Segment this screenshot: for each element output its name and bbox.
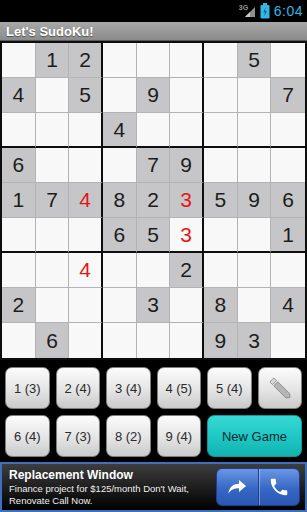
cell-r6c8[interactable] (238, 218, 272, 253)
cell-r4c3[interactable] (69, 148, 103, 183)
cell-r4c9[interactable] (271, 148, 305, 183)
cell-r5c6[interactable]: 3 (170, 183, 204, 218)
cell-r7c8[interactable] (238, 253, 272, 288)
cell-r6c2[interactable] (36, 218, 70, 253)
cell-r1c9[interactable] (271, 43, 305, 78)
cell-r3c2[interactable] (36, 113, 70, 148)
cell-r5c7[interactable]: 5 (204, 183, 238, 218)
cell-r2c9[interactable]: 7 (271, 78, 305, 113)
ad-share-button[interactable] (217, 469, 258, 505)
num-button-1[interactable]: 1 (3) (5, 367, 50, 409)
num-button-8[interactable]: 8 (2) (106, 415, 151, 457)
cell-r7c1[interactable] (2, 253, 36, 288)
cell-r7c6[interactable]: 2 (170, 253, 204, 288)
cell-r1c2[interactable]: 1 (36, 43, 70, 78)
cell-r6c5[interactable]: 5 (137, 218, 171, 253)
cell-r1c3[interactable]: 2 (69, 43, 103, 78)
cell-r8c2[interactable] (36, 288, 70, 323)
cell-r3c5[interactable] (137, 113, 171, 148)
cell-r4c4[interactable] (103, 148, 137, 183)
app-title: Let's SudoKu! (6, 24, 94, 39)
ad-text-block: Replacement Window Finance project for $… (2, 466, 213, 509)
num-button-4[interactable]: 4 (5) (157, 367, 202, 409)
pencil-button[interactable] (258, 367, 303, 409)
cell-r2c1[interactable]: 4 (2, 78, 36, 113)
num-button-5[interactable]: 5 (4) (207, 367, 252, 409)
ad-action-buttons (216, 468, 300, 506)
num-button-3[interactable]: 3 (4) (106, 367, 151, 409)
cell-r6c7[interactable] (204, 218, 238, 253)
cell-r1c4[interactable] (103, 43, 137, 78)
ad-call-button[interactable] (258, 469, 299, 505)
cell-r2c8[interactable] (238, 78, 272, 113)
cell-r2c3[interactable]: 5 (69, 78, 103, 113)
cell-r1c6[interactable] (170, 43, 204, 78)
share-arrow-icon (225, 475, 249, 499)
cell-r5c2[interactable]: 7 (36, 183, 70, 218)
cell-r8c3[interactable] (69, 288, 103, 323)
cell-r9c2[interactable]: 6 (36, 323, 70, 358)
cell-r8c8[interactable] (238, 288, 272, 323)
cell-r5c5[interactable]: 2 (137, 183, 171, 218)
cell-r8c6[interactable] (170, 288, 204, 323)
cell-r9c9[interactable] (271, 323, 305, 358)
num-button-6[interactable]: 6 (4) (5, 415, 50, 457)
cell-r6c9[interactable]: 1 (271, 218, 305, 253)
network-indicator: 3G (239, 3, 256, 19)
cell-r3c9[interactable] (271, 113, 305, 148)
keypad-row-1: 1 (3) 2 (4) 3 (4) 4 (5) 5 (4) (5, 367, 302, 409)
cell-r9c3[interactable] (69, 323, 103, 358)
cell-r3c1[interactable] (2, 113, 36, 148)
battery-charging-icon (260, 3, 270, 19)
cell-r8c7[interactable]: 8 (204, 288, 238, 323)
pencil-icon (267, 375, 293, 401)
cell-r3c7[interactable] (204, 113, 238, 148)
cell-r4c5[interactable]: 7 (137, 148, 171, 183)
cell-r8c1[interactable]: 2 (2, 288, 36, 323)
cell-r2c2[interactable] (36, 78, 70, 113)
cell-r6c6[interactable]: 3 (170, 218, 204, 253)
cell-r7c7[interactable] (204, 253, 238, 288)
keypad: 1 (3) 2 (4) 3 (4) 4 (5) 5 (4) 6 (4) 7 (3… (0, 360, 307, 462)
cell-r7c3[interactable]: 4 (69, 253, 103, 288)
cell-r2c6[interactable] (170, 78, 204, 113)
cell-r6c1[interactable] (2, 218, 36, 253)
cell-r7c5[interactable] (137, 253, 171, 288)
phone-icon (268, 476, 290, 498)
cell-r7c9[interactable] (271, 253, 305, 288)
cell-r4c6[interactable]: 9 (170, 148, 204, 183)
cell-r1c5[interactable] (137, 43, 171, 78)
cell-r3c8[interactable] (238, 113, 272, 148)
status-bar: 3G 6:04 (0, 0, 307, 22)
cell-r2c7[interactable] (204, 78, 238, 113)
num-button-2[interactable]: 2 (4) (56, 367, 101, 409)
cell-r1c7[interactable] (204, 43, 238, 78)
cell-r7c4[interactable] (103, 253, 137, 288)
cell-r9c4[interactable] (103, 323, 137, 358)
cell-r7c2[interactable] (36, 253, 70, 288)
cell-r5c8[interactable]: 9 (238, 183, 272, 218)
cell-r6c3[interactable] (69, 218, 103, 253)
cell-r9c8[interactable]: 3 (238, 323, 272, 358)
cell-r5c3[interactable]: 4 (69, 183, 103, 218)
cell-r2c5[interactable]: 9 (137, 78, 171, 113)
cell-r8c5[interactable]: 3 (137, 288, 171, 323)
cell-r9c5[interactable] (137, 323, 171, 358)
ad-banner[interactable]: Replacement Window Finance project for $… (0, 462, 307, 512)
cell-r8c9[interactable]: 4 (271, 288, 305, 323)
cell-r1c8[interactable]: 5 (238, 43, 272, 78)
title-bar: Let's SudoKu! (0, 22, 307, 41)
cell-r3c4[interactable]: 4 (103, 113, 137, 148)
cell-r5c1[interactable]: 1 (2, 183, 36, 218)
num-button-9[interactable]: 9 (4) (157, 415, 202, 457)
cell-r4c2[interactable] (36, 148, 70, 183)
cell-r9c1[interactable] (2, 323, 36, 358)
cell-r4c1[interactable]: 6 (2, 148, 36, 183)
cell-r5c4[interactable]: 8 (103, 183, 137, 218)
cell-r5c9[interactable]: 6 (271, 183, 305, 218)
sudoku-board: 125459746791748235966531422384693 (0, 41, 307, 360)
cell-r2c4[interactable] (103, 78, 137, 113)
signal-strength-icon (244, 6, 256, 18)
cell-r9c7[interactable]: 9 (204, 323, 238, 358)
cell-r3c6[interactable] (170, 113, 204, 148)
cell-r4c8[interactable] (238, 148, 272, 183)
ad-body: Finance project for $125/month Don't Wai… (9, 483, 211, 507)
num-button-7[interactable]: 7 (3) (56, 415, 101, 457)
cell-r1c1[interactable] (2, 43, 36, 78)
cell-r8c4[interactable] (103, 288, 137, 323)
new-game-button[interactable]: New Game (207, 415, 302, 457)
cell-r9c6[interactable] (170, 323, 204, 358)
phone-screen: 3G 6:04 Let's SudoKu! 125459746791748235… (0, 0, 307, 512)
cell-r6c4[interactable]: 6 (103, 218, 137, 253)
clock: 6:04 (274, 3, 303, 19)
cell-r3c3[interactable] (69, 113, 103, 148)
ad-title: Replacement Window (9, 468, 211, 483)
cell-r4c7[interactable] (204, 148, 238, 183)
keypad-row-2: 6 (4) 7 (3) 8 (2) 9 (4) New Game (5, 415, 302, 457)
